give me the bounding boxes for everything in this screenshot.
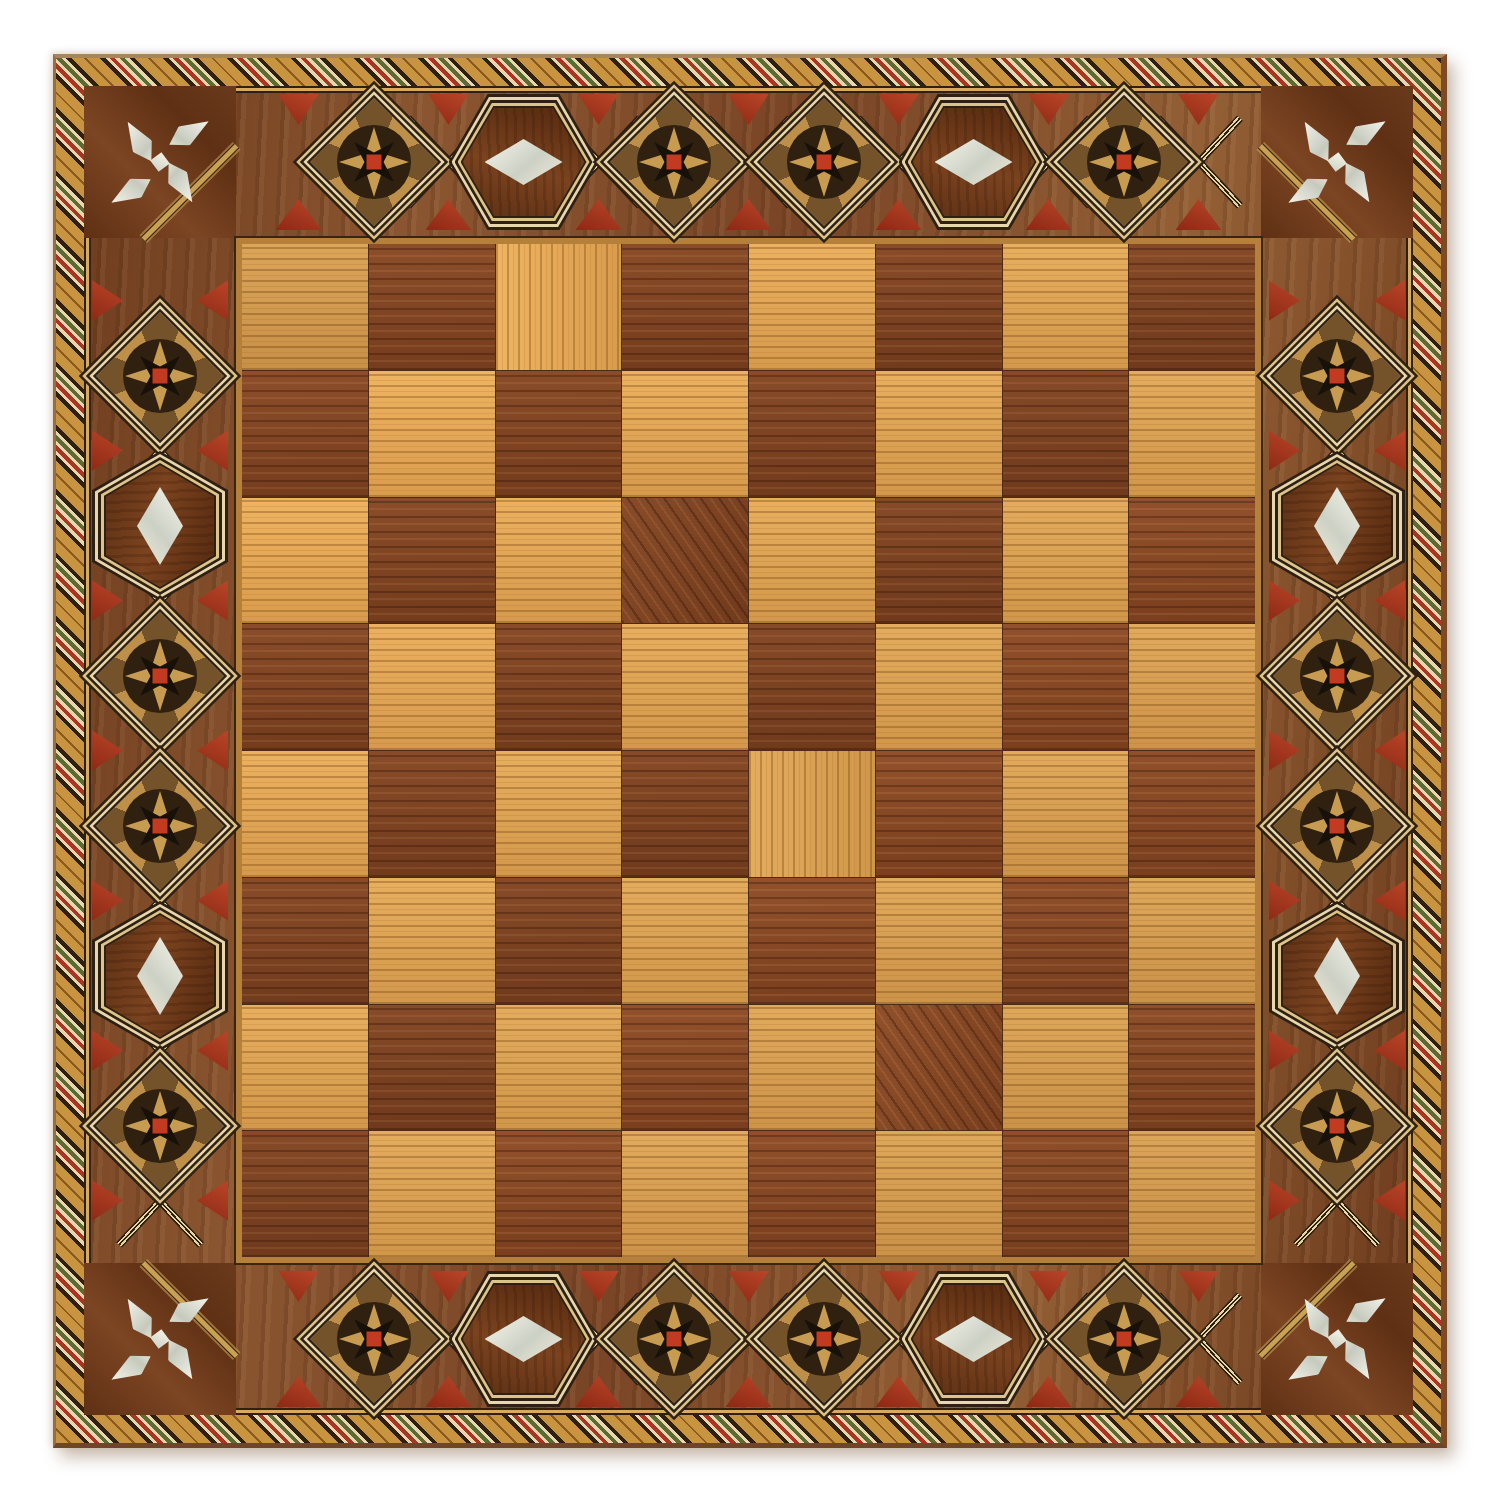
- square-f2[interactable]: [876, 1005, 1002, 1131]
- border-motif-cell: [1261, 601, 1413, 751]
- border-motif-cell: [84, 601, 236, 751]
- red-triangle: [276, 1376, 322, 1407]
- border-motif-cell: [1049, 1263, 1199, 1415]
- red-triangle: [1269, 278, 1300, 324]
- square-d4[interactable]: [622, 751, 748, 877]
- red-triangle: [92, 278, 123, 324]
- square-c7[interactable]: [496, 371, 622, 497]
- pearl-star-center: [150, 152, 170, 172]
- square-b2[interactable]: [369, 1005, 495, 1131]
- pearl-star-blade: [1283, 1347, 1334, 1390]
- rosette-red-center: [1116, 1332, 1131, 1347]
- square-h4[interactable]: [1129, 751, 1255, 877]
- square-d6[interactable]: [622, 498, 748, 624]
- square-a3[interactable]: [242, 878, 368, 1004]
- red-triangle: [276, 94, 322, 125]
- square-b5[interactable]: [369, 624, 495, 750]
- pearl-star-blade: [106, 1347, 157, 1390]
- square-a6[interactable]: [242, 498, 368, 624]
- pearl-star-blade: [1283, 170, 1334, 213]
- border-motif-cell: [84, 901, 236, 1051]
- square-a4[interactable]: [242, 751, 368, 877]
- square-f1[interactable]: [876, 1131, 1002, 1257]
- border-motif-cell: [1261, 751, 1413, 901]
- square-g8[interactable]: [1003, 244, 1129, 370]
- square-a2[interactable]: [242, 1005, 368, 1131]
- rosette-red-center: [1330, 668, 1345, 683]
- square-e3[interactable]: [749, 878, 875, 1004]
- red-triangle: [197, 278, 228, 324]
- photo-background: [0, 0, 1500, 1500]
- rosette-red-center: [1330, 818, 1345, 833]
- red-triangle: [276, 199, 322, 230]
- border-strip-top: [236, 86, 1261, 238]
- pearl-star-center: [1327, 1329, 1347, 1349]
- pearl-star-center: [150, 1329, 170, 1349]
- border-motif-cell: [449, 1263, 599, 1415]
- red-triangle: [1374, 278, 1405, 324]
- border-motif-cell: [299, 1263, 449, 1415]
- marquetry-border: [84, 86, 1413, 1415]
- pearl-star-center: [1327, 152, 1347, 172]
- square-f5[interactable]: [876, 624, 1002, 750]
- corner-star-group: [1230, 1232, 1445, 1447]
- square-a1[interactable]: [242, 1131, 368, 1257]
- square-h7[interactable]: [1129, 371, 1255, 497]
- square-b6[interactable]: [369, 498, 495, 624]
- square-f7[interactable]: [876, 371, 1002, 497]
- border-corner-tr: [1261, 86, 1413, 238]
- square-d8[interactable]: [622, 244, 748, 370]
- square-g3[interactable]: [1003, 878, 1129, 1004]
- pearl-hexagon-motif: [449, 94, 599, 230]
- pearl-hexagon-motif: [92, 451, 228, 601]
- square-d7[interactable]: [622, 371, 748, 497]
- pearl-hexagon-motif: [1269, 901, 1405, 1051]
- square-c4[interactable]: [496, 751, 622, 877]
- square-e1[interactable]: [749, 1131, 875, 1257]
- square-d2[interactable]: [622, 1005, 748, 1131]
- rosette-red-center: [153, 368, 168, 383]
- border-strip-bottom: [236, 1263, 1261, 1415]
- square-f3[interactable]: [876, 878, 1002, 1004]
- square-b1[interactable]: [369, 1131, 495, 1257]
- border-motif-cell: [899, 86, 1049, 238]
- square-d3[interactable]: [622, 878, 748, 1004]
- square-a7[interactable]: [242, 371, 368, 497]
- square-e6[interactable]: [749, 498, 875, 624]
- square-c1[interactable]: [496, 1131, 622, 1257]
- rosette-red-center: [816, 1332, 831, 1347]
- square-g4[interactable]: [1003, 751, 1129, 877]
- border-motif-cell: [84, 451, 236, 601]
- rosette-red-center: [366, 1332, 381, 1347]
- square-b4[interactable]: [369, 751, 495, 877]
- rosette-red-center: [816, 155, 831, 170]
- rosette-red-center: [366, 155, 381, 170]
- square-d1[interactable]: [622, 1131, 748, 1257]
- square-e2[interactable]: [749, 1005, 875, 1131]
- rosette-red-center: [666, 155, 681, 170]
- border-motif-cell: [599, 1263, 749, 1415]
- border-motif-cell: [1261, 451, 1413, 601]
- border-motif-cell: [449, 86, 599, 238]
- border-strip-left: [84, 238, 236, 1263]
- chessboard: [53, 54, 1447, 1448]
- rosette-red-center: [153, 818, 168, 833]
- square-f4[interactable]: [876, 751, 1002, 877]
- border-motif-cell: [84, 1051, 236, 1201]
- pearl-star-blade: [106, 170, 157, 213]
- rosette-red-center: [666, 1332, 681, 1347]
- border-motif-cell: [899, 1263, 1049, 1415]
- border-strip-right: [1261, 238, 1413, 1263]
- border-motif-cell: [1261, 1051, 1413, 1201]
- pearl-hexagon-motif: [899, 94, 1049, 230]
- square-e4[interactable]: [749, 751, 875, 877]
- border-motif-cell: [749, 1263, 899, 1415]
- square-h3[interactable]: [1129, 878, 1255, 1004]
- square-d5[interactable]: [622, 624, 748, 750]
- square-h2[interactable]: [1129, 1005, 1255, 1131]
- border-motif-cell: [1049, 86, 1199, 238]
- square-h6[interactable]: [1129, 498, 1255, 624]
- border-corner-br: [1261, 1263, 1413, 1415]
- square-c3[interactable]: [496, 878, 622, 1004]
- pearl-star-blade: [164, 1289, 215, 1332]
- rosette-red-center: [1330, 368, 1345, 383]
- border-motif-cell: [84, 751, 236, 901]
- square-c5[interactable]: [496, 624, 622, 750]
- square-a8[interactable]: [242, 244, 368, 370]
- border-motif-cell: [599, 86, 749, 238]
- square-g1[interactable]: [1003, 1131, 1129, 1257]
- square-h8[interactable]: [1129, 244, 1255, 370]
- pearl-hexagon-motif: [92, 901, 228, 1051]
- border-corner-bl: [84, 1263, 236, 1415]
- square-c6[interactable]: [496, 498, 622, 624]
- rosette-red-center: [1116, 155, 1131, 170]
- square-b7[interactable]: [369, 371, 495, 497]
- pearl-star-blade: [164, 112, 215, 155]
- red-triangle: [276, 1271, 322, 1302]
- border-motif-cell: [84, 301, 236, 451]
- pearl-hexagon-motif: [899, 1271, 1049, 1407]
- pearl-star-blade: [1341, 112, 1392, 155]
- border-motif-cell: [749, 86, 899, 238]
- square-g7[interactable]: [1003, 371, 1129, 497]
- border-corner-tl: [84, 86, 236, 238]
- rosette-red-center: [153, 668, 168, 683]
- square-f6[interactable]: [876, 498, 1002, 624]
- square-c8[interactable]: [496, 244, 622, 370]
- square-b8[interactable]: [369, 244, 495, 370]
- square-e7[interactable]: [749, 371, 875, 497]
- square-e8[interactable]: [749, 244, 875, 370]
- pearl-hexagon-motif: [1269, 451, 1405, 601]
- rosette-red-center: [1330, 1118, 1345, 1133]
- square-g2[interactable]: [1003, 1005, 1129, 1131]
- border-motif-cell: [1261, 301, 1413, 451]
- square-f8[interactable]: [876, 244, 1002, 370]
- square-h5[interactable]: [1129, 624, 1255, 750]
- border-motif-cell: [1261, 901, 1413, 1051]
- square-a5[interactable]: [242, 624, 368, 750]
- rosette-red-center: [153, 1118, 168, 1133]
- square-c2[interactable]: [496, 1005, 622, 1131]
- square-b3[interactable]: [369, 878, 495, 1004]
- square-g5[interactable]: [1003, 624, 1129, 750]
- pearl-star-blade: [1341, 1289, 1392, 1332]
- square-h1[interactable]: [1129, 1131, 1255, 1257]
- playing-field: [236, 238, 1261, 1263]
- pearl-hexagon-motif: [449, 1271, 599, 1407]
- square-g6[interactable]: [1003, 498, 1129, 624]
- square-e5[interactable]: [749, 624, 875, 750]
- border-motif-cell: [299, 86, 449, 238]
